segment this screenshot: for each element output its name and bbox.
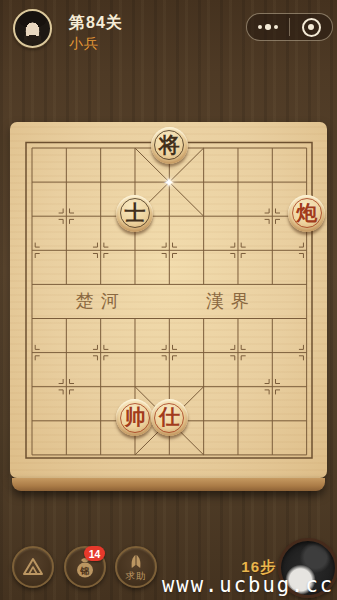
xiangqi-board[interactable]: 楚河漢界将士炮帅仕✦ — [10, 122, 327, 478]
more-button[interactable] — [247, 14, 289, 40]
help-label: 求助 — [126, 571, 147, 581]
river-left-label: 楚河 — [76, 290, 126, 311]
river-right-label: 漢界 — [206, 290, 256, 311]
wechat-capsule — [246, 13, 333, 41]
target-circle-icon — [302, 18, 321, 37]
piece-character: 士 — [124, 202, 145, 223]
level-title: 第84关 — [69, 13, 123, 34]
collapse-menu-button[interactable] — [12, 546, 54, 588]
highlight-point[interactable]: ✦ — [160, 173, 178, 191]
close-minimize-button[interactable] — [290, 14, 332, 40]
chevron-up-icon — [21, 557, 45, 577]
board-bevel — [12, 478, 325, 491]
piece-red-炮[interactable]: 炮 — [288, 195, 325, 232]
piece-character: 将 — [159, 134, 180, 155]
watermark: www.ucbug.cc — [162, 573, 334, 597]
player-avatar[interactable] — [13, 9, 52, 48]
rank-label: 小兵 — [69, 35, 99, 53]
piece-black-士[interactable]: 士 — [116, 195, 153, 232]
help-button[interactable]: 求助 — [115, 546, 157, 588]
ellipsis-icon — [258, 24, 278, 30]
praying-hands-icon — [126, 554, 146, 570]
piece-character: 炮 — [296, 202, 317, 223]
piece-character: 仕 — [159, 406, 180, 427]
piece-character: 帅 — [124, 406, 145, 427]
piece-red-仕[interactable]: 仕 — [151, 399, 188, 436]
tip-bag-badge: 14 — [84, 546, 105, 561]
piece-black-将[interactable]: 将 — [151, 127, 188, 164]
svg-text:锦: 锦 — [80, 566, 90, 576]
